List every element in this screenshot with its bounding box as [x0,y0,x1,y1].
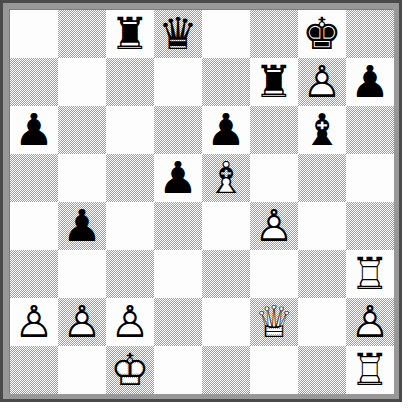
square-d3[interactable] [154,250,202,298]
square-b5[interactable] [58,154,106,202]
piece-white-outline: ♙ [346,298,394,346]
square-a2[interactable]: ♟♙ [10,298,58,346]
square-e7[interactable] [202,58,250,106]
piece-black-pawn: ♟ [346,58,394,106]
square-h6[interactable] [346,106,394,154]
square-d7[interactable] [154,58,202,106]
square-g1[interactable] [298,346,346,394]
square-d8[interactable]: ♛ [154,10,202,58]
square-g6[interactable]: ♝ [298,106,346,154]
piece-white-pawn: ♟♙ [250,202,298,250]
piece-white-queen: ♛♕ [250,298,298,346]
piece-white-pawn: ♟♙ [346,298,394,346]
square-c5[interactable] [106,154,154,202]
square-e1[interactable] [202,346,250,394]
piece-white-outline: ♙ [298,58,346,106]
square-a3[interactable] [10,250,58,298]
square-d4[interactable] [154,202,202,250]
piece-white-pawn: ♟♙ [298,58,346,106]
piece-white-outline: ♖ [346,250,394,298]
piece-white-rook: ♜♖ [346,250,394,298]
piece-white-outline: ♙ [250,202,298,250]
square-a5[interactable] [10,154,58,202]
square-b6[interactable] [58,106,106,154]
piece-white-outline: ♖ [346,346,394,394]
piece-white-outline: ♔ [106,346,154,394]
piece-black-king: ♚ [298,10,346,58]
square-d6[interactable] [154,106,202,154]
square-a4[interactable] [10,202,58,250]
square-h2[interactable]: ♟♙ [346,298,394,346]
square-g8[interactable]: ♚ [298,10,346,58]
square-h3[interactable]: ♜♖ [346,250,394,298]
square-a6[interactable]: ♟ [10,106,58,154]
square-e3[interactable] [202,250,250,298]
square-e2[interactable] [202,298,250,346]
chess-diagram: ♜♛♚♜♟♙♟♟♟♝♟♝♗♟♟♙♜♖♟♙♟♙♟♙♛♕♟♙♚♔♜♖ [0,0,414,410]
square-a8[interactable] [10,10,58,58]
square-e4[interactable] [202,202,250,250]
square-g7[interactable]: ♟♙ [298,58,346,106]
square-c7[interactable] [106,58,154,106]
piece-black-bishop: ♝ [298,106,346,154]
chess-board: ♜♛♚♜♟♙♟♟♟♝♟♝♗♟♟♙♜♖♟♙♟♙♟♙♛♕♟♙♚♔♜♖ [9,9,393,393]
piece-black-rook: ♜ [106,10,154,58]
square-f8[interactable] [250,10,298,58]
square-g4[interactable] [298,202,346,250]
square-e5[interactable]: ♝♗ [202,154,250,202]
piece-black-pawn: ♟ [10,106,58,154]
piece-white-pawn: ♟♙ [10,298,58,346]
square-d2[interactable] [154,298,202,346]
square-c6[interactable] [106,106,154,154]
square-c2[interactable]: ♟♙ [106,298,154,346]
square-d5[interactable]: ♟ [154,154,202,202]
square-f7[interactable]: ♜ [250,58,298,106]
square-f6[interactable] [250,106,298,154]
piece-white-outline: ♗ [202,154,250,202]
piece-white-pawn: ♟♙ [58,298,106,346]
square-c8[interactable]: ♜ [106,10,154,58]
square-e6[interactable]: ♟ [202,106,250,154]
square-g2[interactable] [298,298,346,346]
square-b3[interactable] [58,250,106,298]
piece-white-pawn: ♟♙ [106,298,154,346]
square-a1[interactable] [10,346,58,394]
square-b8[interactable] [58,10,106,58]
piece-black-pawn: ♟ [154,154,202,202]
piece-black-pawn: ♟ [202,106,250,154]
board-frame: ♜♛♚♜♟♙♟♟♟♝♟♝♗♟♟♙♜♖♟♙♟♙♟♙♛♕♟♙♚♔♜♖ [0,0,402,402]
square-b2[interactable]: ♟♙ [58,298,106,346]
square-c4[interactable] [106,202,154,250]
piece-black-queen: ♛ [154,10,202,58]
square-g3[interactable] [298,250,346,298]
square-f5[interactable] [250,154,298,202]
square-f3[interactable] [250,250,298,298]
square-g5[interactable] [298,154,346,202]
square-f4[interactable]: ♟♙ [250,202,298,250]
piece-white-outline: ♙ [58,298,106,346]
square-h7[interactable]: ♟ [346,58,394,106]
square-b4[interactable]: ♟ [58,202,106,250]
piece-white-outline: ♕ [250,298,298,346]
piece-white-outline: ♙ [10,298,58,346]
square-b7[interactable] [58,58,106,106]
square-a7[interactable] [10,58,58,106]
square-h8[interactable] [346,10,394,58]
square-h4[interactable] [346,202,394,250]
square-c3[interactable] [106,250,154,298]
piece-black-rook: ♜ [250,58,298,106]
square-c1[interactable]: ♚♔ [106,346,154,394]
square-b1[interactable] [58,346,106,394]
piece-white-bishop: ♝♗ [202,154,250,202]
piece-white-king: ♚♔ [106,346,154,394]
piece-white-outline: ♙ [106,298,154,346]
square-d1[interactable] [154,346,202,394]
piece-black-pawn: ♟ [58,202,106,250]
square-e8[interactable] [202,10,250,58]
square-f1[interactable] [250,346,298,394]
square-f2[interactable]: ♛♕ [250,298,298,346]
square-h5[interactable] [346,154,394,202]
piece-white-rook: ♜♖ [346,346,394,394]
square-h1[interactable]: ♜♖ [346,346,394,394]
